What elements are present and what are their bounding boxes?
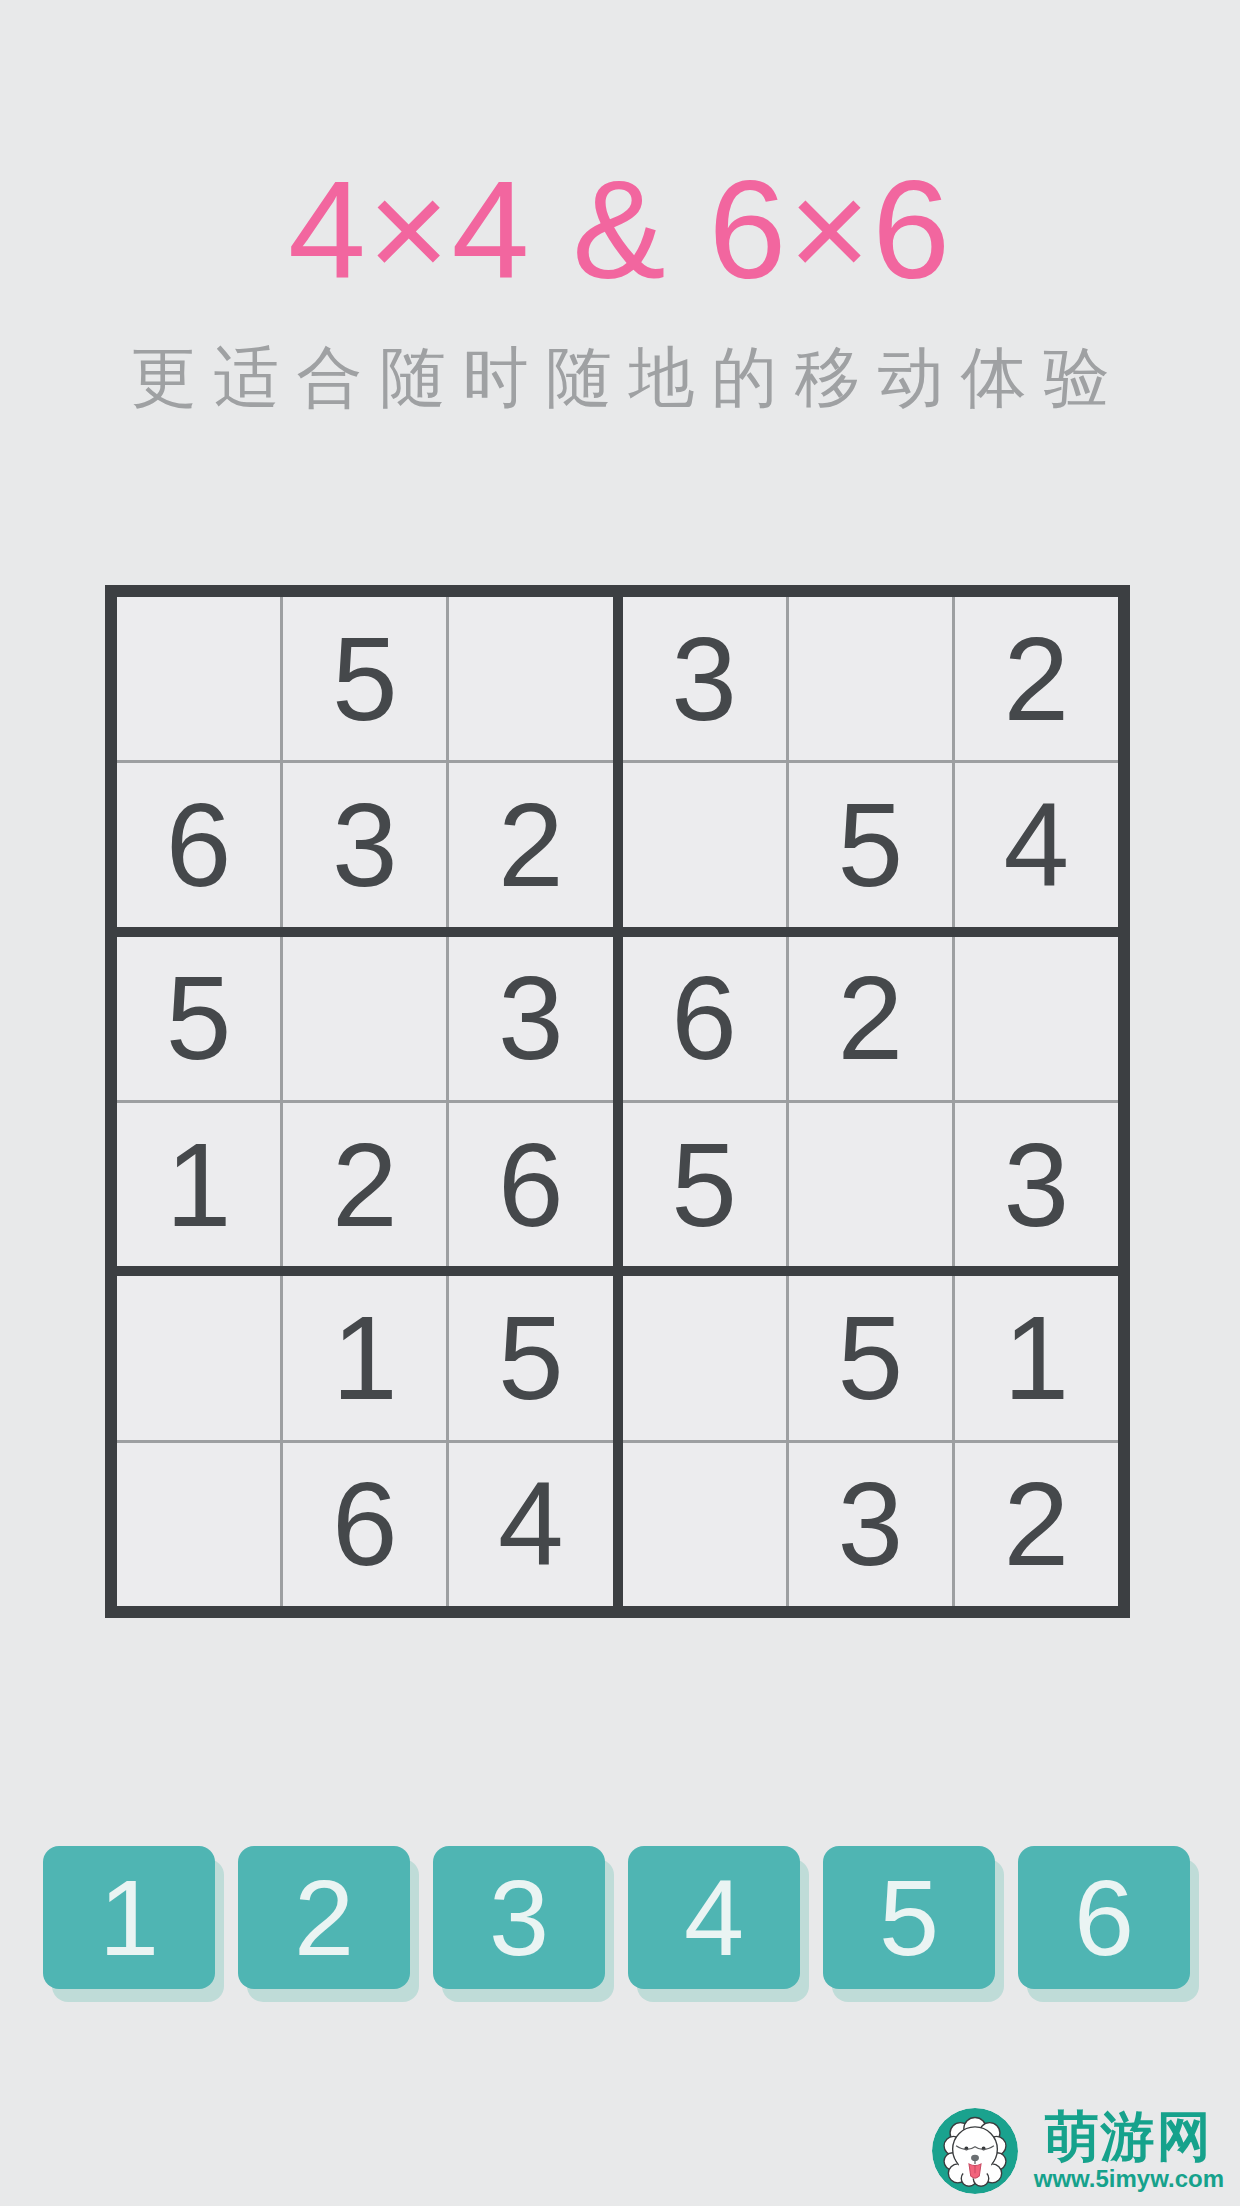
cell-r5c5[interactable]: 5 [789,1276,952,1439]
cell-r1c6[interactable]: 2 [955,597,1118,760]
number-button-6[interactable]: 6 [1018,1846,1190,1989]
cell-r5c2[interactable]: 1 [283,1276,446,1439]
box-3-2: 5132 [623,1276,1119,1606]
cell-r4c5[interactable] [789,1103,952,1266]
cell-r4c6[interactable]: 3 [955,1103,1118,1266]
box-2-1: 53126 [117,937,613,1267]
cell-r6c6[interactable]: 2 [955,1443,1118,1606]
cell-r2c1[interactable]: 6 [117,763,280,926]
cell-r2c6[interactable]: 4 [955,763,1118,926]
cell-r5c6[interactable]: 1 [955,1276,1118,1439]
cell-r1c2[interactable]: 5 [283,597,446,760]
cell-r2c4[interactable] [623,763,786,926]
cell-r1c5[interactable] [789,597,952,760]
cell-r2c3[interactable]: 2 [449,763,612,926]
cell-r6c4[interactable] [623,1443,786,1606]
cell-r4c1[interactable]: 1 [117,1103,280,1266]
promo-page: 4×4 & 6×6 更适合随时随地的移动体验 56323254531266253… [0,0,1240,2206]
cell-r6c1[interactable] [117,1443,280,1606]
cell-r4c4[interactable]: 5 [623,1103,786,1266]
cell-r5c1[interactable] [117,1276,280,1439]
number-button-1[interactable]: 1 [43,1846,215,1989]
number-button-4[interactable]: 4 [628,1846,800,1989]
site-url: www.5imyw.com [1034,2165,1224,2194]
watermark-text: 萌游网 www.5imyw.com [1034,2108,1224,2193]
cell-r5c4[interactable] [623,1276,786,1439]
cell-r3c1[interactable]: 5 [117,937,280,1100]
number-button-5[interactable]: 5 [823,1846,995,1989]
number-button-3[interactable]: 3 [433,1846,605,1989]
cell-r6c5[interactable]: 3 [789,1443,952,1606]
dog-logo-icon [932,2108,1018,2194]
cell-r1c1[interactable] [117,597,280,760]
cell-r2c2[interactable]: 3 [283,763,446,926]
cell-r2c5[interactable]: 5 [789,763,952,926]
box-3-1: 1564 [117,1276,613,1606]
cell-r4c2[interactable]: 2 [283,1103,446,1266]
cell-r3c4[interactable]: 6 [623,937,786,1100]
cell-r6c2[interactable]: 6 [283,1443,446,1606]
cell-r3c5[interactable]: 2 [789,937,952,1100]
cell-r1c3[interactable] [449,597,612,760]
sudoku-board: 5632325453126625315645132 [105,585,1130,1618]
cell-r3c2[interactable] [283,937,446,1100]
cell-r1c4[interactable]: 3 [623,597,786,760]
box-1-1: 5632 [117,597,613,927]
number-pad: 123456 [43,1846,1190,1989]
site-name: 萌游网 [1045,2108,1213,2165]
cell-r3c6[interactable] [955,937,1118,1100]
cell-r5c3[interactable]: 5 [449,1276,612,1439]
box-2-2: 6253 [623,937,1119,1267]
cell-r3c3[interactable]: 3 [449,937,612,1100]
cell-r6c3[interactable]: 4 [449,1443,612,1606]
page-title: 4×4 & 6×6 [0,160,1240,300]
cell-r4c3[interactable]: 6 [449,1103,612,1266]
box-1-2: 3254 [623,597,1119,927]
page-subtitle: 更适合随时随地的移动体验 [0,344,1240,410]
number-button-2[interactable]: 2 [238,1846,410,1989]
watermark: 萌游网 www.5imyw.com [932,2108,1224,2194]
